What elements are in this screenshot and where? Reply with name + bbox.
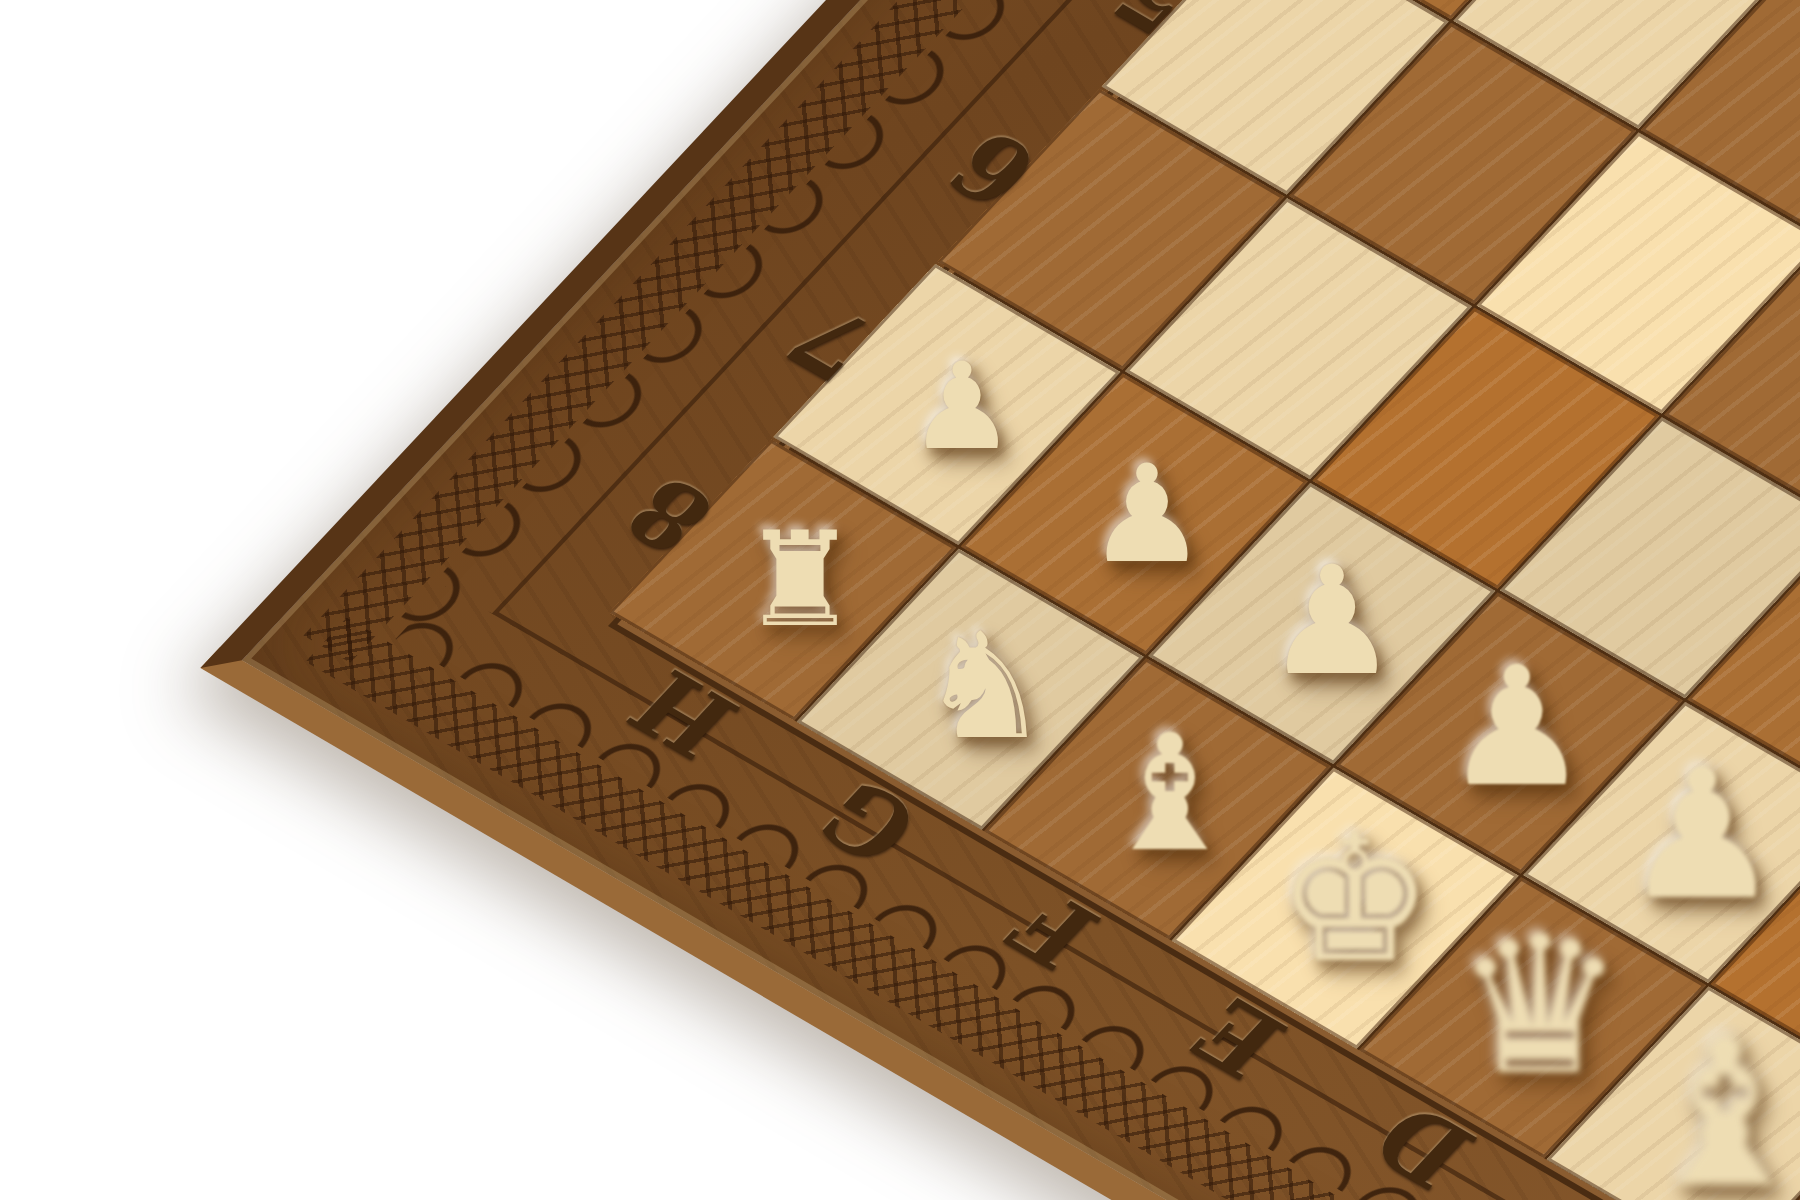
piece-white-rook-h8[interactable]: ♜ — [741, 514, 858, 645]
piece-white-pawn-h7[interactable]: ♟ — [908, 347, 1016, 467]
piece-white-bishop-c8[interactable]: ♝ — [1633, 1011, 1800, 1200]
piece-white-pawn-f7[interactable]: ♟ — [1265, 546, 1399, 696]
piece-white-pawn-g7[interactable]: ♟ — [1086, 447, 1207, 582]
piece-white-king-e8[interactable]: ♚ — [1276, 812, 1434, 988]
piece-white-pawn-e7[interactable]: ♟ — [1443, 645, 1591, 810]
piece-white-bishop-f8[interactable]: ♝ — [1098, 713, 1242, 874]
piece-white-pawn-d7[interactable]: ♟ — [1621, 745, 1782, 925]
piece-white-knight-g8[interactable]: ♞ — [920, 613, 1051, 759]
photo-stage: 8765HGFED ♜♞♝♚♛♝♟♟♟♟♟♟ — [0, 0, 1800, 1200]
piece-white-queen-d8[interactable]: ♛ — [1454, 911, 1625, 1102]
